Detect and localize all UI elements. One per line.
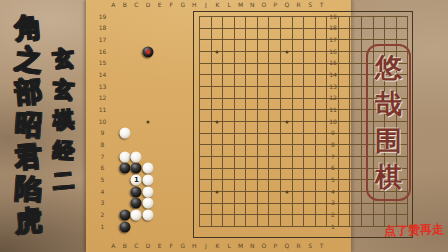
left-caption-primary-char: 之 [13,43,42,77]
left-caption-secondary-char: 玄 [51,43,75,75]
left-caption-secondary-char: 二 [51,166,75,198]
left-caption-primary-char: 君 [13,140,43,174]
left-caption-secondary-char: 经 [51,135,74,167]
left-caption-primary-char: 角 [13,11,43,45]
left-caption-primary-char: 虎 [13,204,43,238]
left-caption-primary-char: 陷 [13,172,42,206]
left-caption-primary: 角之部昭君陷虎 [9,12,47,237]
right-title-char: 棋 [375,162,402,192]
right-title-char: 哉 [375,89,402,119]
page: 角之部昭君陷虎 玄玄棋经二 AABBCCDDEEFFGGHHJJKKLLMMNN… [0,0,448,252]
left-caption-primary-char: 昭 [13,108,42,142]
right-title-frame: 悠哉围棋 [366,44,411,201]
right-title-char: 围 [375,126,402,156]
left-caption-secondary-char: 棋 [51,104,75,136]
left-caption-primary-char: 部 [13,75,43,109]
right-title-char: 悠 [375,53,402,83]
like-reminder-text: 点了赞再走 [384,223,448,238]
left-caption-secondary: 玄玄棋经二 [46,44,80,197]
left-caption-secondary-char: 玄 [51,74,74,106]
go-board[interactable] [86,0,351,252]
